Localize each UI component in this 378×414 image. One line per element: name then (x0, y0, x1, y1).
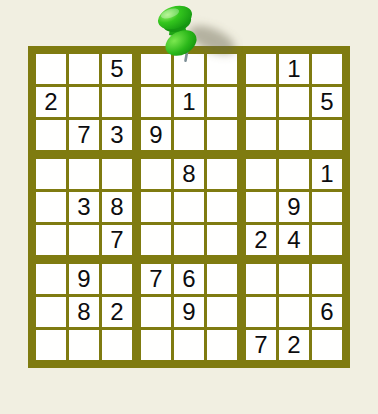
cell-r4c7[interactable] (246, 159, 276, 189)
cell-r1c7[interactable] (246, 54, 276, 84)
cell-r2c7[interactable] (246, 87, 276, 117)
cell-r7c7[interactable] (246, 264, 276, 294)
cell-r2c9[interactable]: 5 (312, 87, 342, 117)
cell-r1c4[interactable] (141, 54, 171, 84)
cell-r2c3[interactable] (102, 87, 132, 117)
cell-r5c5[interactable] (174, 192, 204, 222)
cell-r6c2[interactable] (69, 225, 99, 255)
cell-r7c2[interactable]: 9 (69, 264, 99, 294)
cell-r4c1[interactable] (36, 159, 66, 189)
cell-r9c1[interactable] (36, 330, 66, 360)
cell-r3c1[interactable] (36, 120, 66, 150)
cell-r5c9[interactable] (312, 192, 342, 222)
cell-r4c9[interactable]: 1 (312, 159, 342, 189)
cell-r6c4[interactable] (141, 225, 171, 255)
cell-r8c4[interactable] (141, 297, 171, 327)
cell-r7c8[interactable] (279, 264, 309, 294)
cell-r8c5[interactable]: 9 (174, 297, 204, 327)
sudoku-board: 5121573981389724976829672 (28, 46, 350, 368)
cell-r3c6[interactable] (207, 120, 237, 150)
cell-r9c2[interactable] (69, 330, 99, 360)
cell-r9c3[interactable] (102, 330, 132, 360)
cell-r6c8[interactable]: 4 (279, 225, 309, 255)
cell-r2c8[interactable] (279, 87, 309, 117)
cell-r9c6[interactable] (207, 330, 237, 360)
cell-r2c5[interactable]: 1 (174, 87, 204, 117)
cell-r7c6[interactable] (207, 264, 237, 294)
sudoku-page: 5121573981389724976829672 (0, 0, 378, 414)
cell-r7c1[interactable] (36, 264, 66, 294)
cell-r6c7[interactable]: 2 (246, 225, 276, 255)
cell-r9c9[interactable] (312, 330, 342, 360)
cell-r9c8[interactable]: 2 (279, 330, 309, 360)
cell-r4c2[interactable] (69, 159, 99, 189)
cell-r5c6[interactable] (207, 192, 237, 222)
cell-r1c1[interactable] (36, 54, 66, 84)
cell-r6c1[interactable] (36, 225, 66, 255)
cell-r2c1[interactable]: 2 (36, 87, 66, 117)
cell-r5c1[interactable] (36, 192, 66, 222)
cell-r4c3[interactable] (102, 159, 132, 189)
cell-r3c4[interactable]: 9 (141, 120, 171, 150)
cell-r8c1[interactable] (36, 297, 66, 327)
cell-r5c3[interactable]: 8 (102, 192, 132, 222)
cell-r4c4[interactable] (141, 159, 171, 189)
cell-r1c6[interactable] (207, 54, 237, 84)
cell-r2c2[interactable] (69, 87, 99, 117)
cell-r1c3[interactable]: 5 (102, 54, 132, 84)
cell-r7c4[interactable]: 7 (141, 264, 171, 294)
cell-r5c4[interactable] (141, 192, 171, 222)
cell-r1c9[interactable] (312, 54, 342, 84)
cell-r7c9[interactable] (312, 264, 342, 294)
cell-r2c6[interactable] (207, 87, 237, 117)
cell-r3c5[interactable] (174, 120, 204, 150)
cell-r4c6[interactable] (207, 159, 237, 189)
cell-r5c2[interactable]: 3 (69, 192, 99, 222)
cell-r6c9[interactable] (312, 225, 342, 255)
cell-r5c8[interactable]: 9 (279, 192, 309, 222)
cell-r4c5[interactable]: 8 (174, 159, 204, 189)
cell-r8c9[interactable]: 6 (312, 297, 342, 327)
cell-r2c4[interactable] (141, 87, 171, 117)
cell-r6c3[interactable]: 7 (102, 225, 132, 255)
cell-r9c7[interactable]: 7 (246, 330, 276, 360)
cell-r7c3[interactable] (102, 264, 132, 294)
cell-r6c5[interactable] (174, 225, 204, 255)
cell-r5c7[interactable] (246, 192, 276, 222)
cell-r7c5[interactable]: 6 (174, 264, 204, 294)
cell-r1c5[interactable] (174, 54, 204, 84)
cell-r8c7[interactable] (246, 297, 276, 327)
cell-r6c6[interactable] (207, 225, 237, 255)
cell-r8c2[interactable]: 8 (69, 297, 99, 327)
cell-r3c8[interactable] (279, 120, 309, 150)
cell-r3c9[interactable] (312, 120, 342, 150)
cell-r3c2[interactable]: 7 (69, 120, 99, 150)
cell-r3c7[interactable] (246, 120, 276, 150)
cell-r4c8[interactable] (279, 159, 309, 189)
cell-r3c3[interactable]: 3 (102, 120, 132, 150)
cell-r9c5[interactable] (174, 330, 204, 360)
cell-r9c4[interactable] (141, 330, 171, 360)
cell-r8c3[interactable]: 2 (102, 297, 132, 327)
cell-r8c8[interactable] (279, 297, 309, 327)
cell-r8c6[interactable] (207, 297, 237, 327)
cell-r1c8[interactable]: 1 (279, 54, 309, 84)
cell-r1c2[interactable] (69, 54, 99, 84)
